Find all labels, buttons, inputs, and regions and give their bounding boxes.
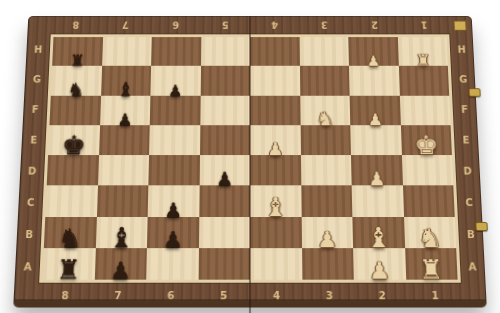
file-label: D: [457, 155, 479, 186]
file-label: H: [451, 34, 472, 64]
file-label: F: [25, 93, 46, 123]
square-g7[interactable]: ♝: [101, 66, 151, 95]
square-f1[interactable]: [399, 95, 450, 125]
square-a7[interactable]: ♟: [94, 247, 147, 279]
rank-label: 6: [144, 284, 197, 305]
piece-black-king: ♚: [48, 131, 99, 157]
square-a4[interactable]: [250, 247, 302, 279]
piece-white-knight: ♞: [404, 224, 456, 250]
file-label: D: [21, 155, 43, 186]
square-e4[interactable]: ♟: [250, 124, 300, 154]
piece-black-bishop: ♝: [95, 223, 147, 250]
square-d2[interactable]: ♟: [351, 155, 403, 186]
square-d3[interactable]: [300, 155, 351, 186]
piece-white-rook: ♜: [405, 256, 458, 283]
square-c6[interactable]: ♟: [148, 185, 200, 216]
rank-label: 2: [355, 284, 408, 305]
square-c1[interactable]: [402, 185, 454, 216]
square-h7[interactable]: [102, 37, 152, 66]
square-d6[interactable]: [148, 155, 199, 186]
file-label: E: [455, 124, 476, 155]
piece-white-king: ♚: [401, 131, 452, 157]
square-b5[interactable]: [198, 216, 250, 247]
piece-white-bishop: ♝: [353, 223, 405, 250]
photo-scene: 87654321 87654321 HGFEDCBA HGFEDCBA ♜♟♜♞…: [0, 0, 500, 313]
square-b6[interactable]: ♟: [147, 216, 199, 247]
piece-black-pawn: ♟: [94, 259, 146, 282]
brass-clasp-icon: [469, 88, 481, 96]
square-h1[interactable]: ♜: [397, 37, 447, 66]
square-c5[interactable]: [199, 185, 250, 216]
square-f2[interactable]: ♟: [350, 95, 401, 125]
rank-label: 8: [38, 284, 92, 305]
square-g6[interactable]: ♟: [150, 66, 200, 95]
square-e1[interactable]: ♚: [400, 124, 452, 154]
file-label: A: [17, 250, 39, 283]
square-a5[interactable]: [198, 247, 250, 279]
square-g8[interactable]: ♞: [51, 66, 102, 95]
square-b2[interactable]: ♝: [352, 216, 404, 247]
square-h5[interactable]: [201, 37, 250, 66]
square-h8[interactable]: ♜: [52, 37, 102, 66]
square-a8[interactable]: ♜: [42, 247, 95, 279]
square-a2[interactable]: ♟: [353, 247, 406, 279]
square-d8[interactable]: [47, 155, 99, 186]
square-f8[interactable]: [49, 95, 100, 125]
square-a3[interactable]: [302, 247, 354, 279]
square-c2[interactable]: [352, 185, 404, 216]
square-d7[interactable]: [98, 155, 150, 186]
square-h3[interactable]: [299, 37, 349, 66]
file-label: C: [20, 186, 42, 218]
file-label: G: [26, 63, 47, 93]
chess-board: 87654321 87654321 HGFEDCBA HGFEDCBA ♜♟♜♞…: [13, 16, 487, 307]
square-d5[interactable]: ♟: [199, 155, 250, 186]
piece-white-bishop: ♝: [250, 193, 301, 219]
square-d4[interactable]: [250, 155, 301, 186]
square-f3[interactable]: ♞: [300, 95, 350, 125]
brass-clasp-icon: [475, 221, 488, 230]
square-e2[interactable]: [350, 124, 401, 154]
rank-label: 1: [399, 17, 449, 32]
square-b7[interactable]: ♝: [95, 216, 147, 247]
file-label: E: [23, 124, 44, 155]
piece-black-rook: ♜: [42, 256, 95, 283]
square-c8[interactable]: [45, 185, 97, 216]
square-c4[interactable]: ♝: [250, 185, 301, 216]
rank-label: 4: [250, 17, 300, 32]
rank-label: 5: [200, 17, 250, 32]
square-g5[interactable]: [200, 66, 250, 95]
rank-label: 7: [101, 17, 151, 32]
square-e7[interactable]: [99, 124, 150, 154]
rank-label: 7: [91, 284, 144, 305]
square-c3[interactable]: [301, 185, 353, 216]
piece-white-pawn: ♟: [353, 259, 405, 282]
rank-label: 3: [300, 17, 350, 32]
rank-label: 3: [303, 284, 356, 305]
file-label: A: [461, 250, 483, 283]
square-g3[interactable]: [299, 66, 349, 95]
file-label: C: [458, 186, 480, 218]
square-a1[interactable]: ♜: [405, 247, 458, 279]
rank-label: 5: [197, 284, 250, 305]
brand-plate-icon: [454, 20, 467, 30]
square-e6[interactable]: [149, 124, 200, 154]
square-c7[interactable]: [96, 185, 148, 216]
square-h4[interactable]: [250, 37, 299, 66]
square-g1[interactable]: [398, 66, 449, 95]
rank-label: 1: [408, 284, 462, 305]
rank-label: 8: [51, 17, 101, 32]
square-f6[interactable]: [150, 95, 200, 125]
square-g2[interactable]: [349, 66, 399, 95]
square-a6[interactable]: [146, 247, 198, 279]
rank-label: 2: [349, 17, 399, 32]
square-h6[interactable]: [151, 37, 201, 66]
square-e3[interactable]: [300, 124, 351, 154]
rank-label: 4: [250, 284, 303, 305]
square-f5[interactable]: [200, 95, 250, 125]
square-b3[interactable]: ♟: [301, 216, 353, 247]
piece-black-knight: ♞: [44, 224, 96, 250]
board-fold-seam: [249, 16, 251, 313]
square-e5[interactable]: [200, 124, 250, 154]
square-b8[interactable]: ♞: [44, 216, 97, 247]
square-b1[interactable]: ♞: [404, 216, 457, 247]
square-g4[interactable]: [250, 66, 300, 95]
file-label: H: [28, 34, 49, 64]
file-label: B: [18, 217, 40, 249]
square-f7[interactable]: ♟: [100, 95, 151, 125]
square-h2[interactable]: ♟: [348, 37, 398, 66]
file-label: F: [454, 93, 475, 123]
square-b4[interactable]: [250, 216, 302, 247]
square-e8[interactable]: ♚: [48, 124, 100, 154]
rank-label: 6: [150, 17, 200, 32]
square-f4[interactable]: [250, 95, 300, 125]
square-d1[interactable]: [401, 155, 453, 186]
